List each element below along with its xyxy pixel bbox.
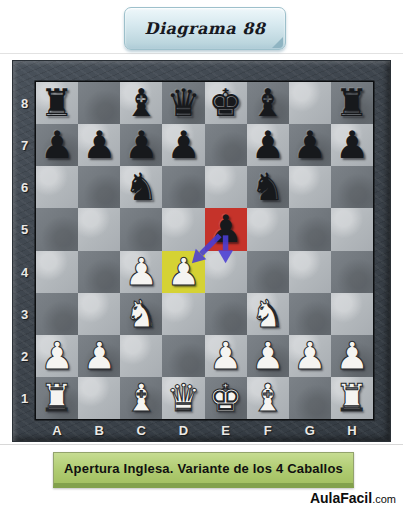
piece-black-pawn-f7: ♟ [251, 124, 285, 166]
square-d6 [162, 166, 204, 208]
square-a1: ♜ [36, 377, 78, 419]
piece-black-pawn-e5: ♟ [209, 208, 243, 250]
square-a5 [36, 208, 78, 250]
square-f2: ♟ [247, 335, 289, 377]
square-h1: ♜ [331, 377, 373, 419]
file-label-F: F [264, 423, 272, 438]
piece-black-king-e8: ♚ [209, 82, 243, 124]
rank-label-4: 4 [21, 264, 28, 279]
square-g2: ♟ [289, 335, 331, 377]
square-b1 [78, 377, 120, 419]
piece-white-pawn-g2: ♟ [293, 335, 327, 377]
rank-label-2: 2 [21, 348, 28, 363]
square-f1: ♝ [247, 377, 289, 419]
square-b5 [78, 208, 120, 250]
square-e3 [205, 293, 247, 335]
watermark-suffix: .com [372, 493, 396, 505]
square-g1 [289, 377, 331, 419]
square-c4: ♟ [120, 251, 162, 293]
square-g8 [289, 82, 331, 124]
caption-box: Apertura Inglesa. Variante de los 4 Caba… [53, 452, 354, 488]
square-d8: ♛ [162, 82, 204, 124]
square-g7: ♟ [289, 124, 331, 166]
square-e4 [205, 251, 247, 293]
piece-black-pawn-b7: ♟ [82, 124, 116, 166]
watermark-brand: AulaFacil [310, 490, 372, 506]
square-b8 [78, 82, 120, 124]
file-label-B: B [94, 423, 103, 438]
rank-label-1: 1 [21, 390, 28, 405]
square-g4 [289, 251, 331, 293]
piece-white-pawn-h2: ♟ [335, 335, 369, 377]
square-e2: ♟ [205, 335, 247, 377]
square-h3 [331, 293, 373, 335]
piece-black-pawn-a7: ♟ [40, 124, 74, 166]
piece-white-bishop-c1: ♝ [124, 377, 158, 419]
file-label-E: E [221, 423, 230, 438]
piece-black-pawn-h7: ♟ [335, 124, 369, 166]
diagram-title: Diagrama 88 [145, 19, 266, 38]
chessboard-frame: ♜♝♛♚♝♜♟♟♟♟♟♟♟♞♞♟♟♟♞♞♟♟♟♟♟♟♜♝♛♚♝♜ 8765432… [13, 61, 390, 441]
square-h8: ♜ [331, 82, 373, 124]
square-d4: ♟ [162, 251, 204, 293]
square-f7: ♟ [247, 124, 289, 166]
rank-label-5: 5 [21, 222, 28, 237]
square-g3 [289, 293, 331, 335]
rank-label-3: 3 [21, 306, 28, 321]
rank-label-6: 6 [21, 180, 28, 195]
square-c3: ♞ [120, 293, 162, 335]
piece-black-knight-c6: ♞ [124, 166, 158, 208]
piece-black-knight-f6: ♞ [251, 166, 285, 208]
square-f5 [247, 208, 289, 250]
piece-white-rook-a1: ♜ [40, 377, 74, 419]
square-a3 [36, 293, 78, 335]
square-g6 [289, 166, 331, 208]
square-h6 [331, 166, 373, 208]
square-d7: ♟ [162, 124, 204, 166]
rank-label-7: 7 [21, 138, 28, 153]
piece-black-bishop-c8: ♝ [124, 82, 158, 124]
square-c8: ♝ [120, 82, 162, 124]
file-label-C: C [137, 423, 146, 438]
square-f3: ♞ [247, 293, 289, 335]
square-g5 [289, 208, 331, 250]
piece-white-pawn-c4: ♟ [124, 251, 158, 293]
square-h4 [331, 251, 373, 293]
piece-white-bishop-f1: ♝ [251, 377, 285, 419]
rank-label-8: 8 [21, 96, 28, 111]
square-e8: ♚ [205, 82, 247, 124]
square-f4 [247, 251, 289, 293]
square-b6 [78, 166, 120, 208]
square-c1: ♝ [120, 377, 162, 419]
square-f6: ♞ [247, 166, 289, 208]
square-a8: ♜ [36, 82, 78, 124]
piece-white-king-e1: ♚ [209, 377, 243, 419]
file-label-H: H [347, 423, 356, 438]
piece-black-pawn-c7: ♟ [124, 124, 158, 166]
page: { "game": "chess", "header": { "title": … [0, 0, 403, 508]
square-d3 [162, 293, 204, 335]
piece-black-rook-a8: ♜ [40, 82, 74, 124]
square-d5 [162, 208, 204, 250]
bottom-divider-line [0, 444, 403, 445]
caption-text: Apertura Inglesa. Variante de los 4 Caba… [64, 461, 343, 476]
folded-corner-decoration [272, 37, 283, 48]
piece-white-pawn-e2: ♟ [209, 335, 243, 377]
square-a7: ♟ [36, 124, 78, 166]
square-e6 [205, 166, 247, 208]
square-h7: ♟ [331, 124, 373, 166]
square-a4 [36, 251, 78, 293]
square-e1: ♚ [205, 377, 247, 419]
file-label-A: A [52, 423, 61, 438]
file-label-D: D [179, 423, 188, 438]
piece-black-queen-d8: ♛ [166, 82, 200, 124]
square-c6: ♞ [120, 166, 162, 208]
square-b2: ♟ [78, 335, 120, 377]
top-divider-line [0, 53, 403, 54]
square-a6 [36, 166, 78, 208]
square-c7: ♟ [120, 124, 162, 166]
square-d1: ♛ [162, 377, 204, 419]
piece-black-pawn-d7: ♟ [166, 124, 200, 166]
square-d2 [162, 335, 204, 377]
square-b7: ♟ [78, 124, 120, 166]
piece-white-queen-d1: ♛ [166, 377, 200, 419]
square-b3 [78, 293, 120, 335]
piece-white-pawn-d4: ♟ [166, 251, 200, 293]
piece-black-bishop-f8: ♝ [251, 82, 285, 124]
square-e5: ♟ [205, 208, 247, 250]
board-squares: ♜♝♛♚♝♜♟♟♟♟♟♟♟♞♞♟♟♟♞♞♟♟♟♟♟♟♜♝♛♚♝♜ [36, 82, 373, 419]
piece-black-pawn-g7: ♟ [293, 124, 327, 166]
piece-white-rook-h1: ♜ [335, 377, 369, 419]
piece-white-pawn-b2: ♟ [82, 335, 116, 377]
square-e7 [205, 124, 247, 166]
square-c5 [120, 208, 162, 250]
piece-white-pawn-a2: ♟ [40, 335, 74, 377]
header-plaque: Diagrama 88 [124, 7, 286, 50]
piece-white-pawn-f2: ♟ [251, 335, 285, 377]
square-h2: ♟ [331, 335, 373, 377]
piece-white-knight-f3: ♞ [251, 293, 285, 335]
piece-black-rook-h8: ♜ [335, 82, 369, 124]
square-b4 [78, 251, 120, 293]
file-label-G: G [305, 423, 315, 438]
watermark: AulaFacil.com [310, 489, 396, 507]
square-h5 [331, 208, 373, 250]
square-c2 [120, 335, 162, 377]
square-f8: ♝ [247, 82, 289, 124]
piece-white-knight-c3: ♞ [124, 293, 158, 335]
square-a2: ♟ [36, 335, 78, 377]
